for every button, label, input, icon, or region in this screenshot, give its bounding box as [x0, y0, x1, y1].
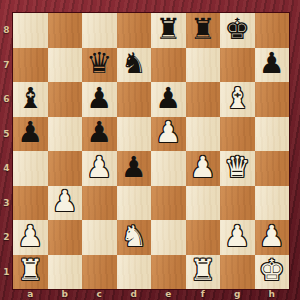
square-d2[interactable]: ♞ [117, 220, 152, 255]
black-pawn-e6: ♟ [155, 84, 181, 113]
square-b7[interactable] [48, 48, 83, 83]
square-g3[interactable] [220, 186, 255, 221]
square-d8[interactable] [117, 13, 152, 48]
rank-labels: 87654321 [0, 13, 13, 289]
white-pawn-c4: ♟ [86, 153, 112, 182]
rank-label-6: 6 [0, 82, 13, 117]
square-c6[interactable]: ♟ [82, 82, 117, 117]
square-a7[interactable] [13, 48, 48, 83]
square-e3[interactable] [151, 186, 186, 221]
black-pawn-h7: ♟ [259, 49, 285, 78]
square-h5[interactable] [255, 117, 290, 152]
black-knight-d7: ♞ [121, 49, 147, 78]
square-d7[interactable]: ♞ [117, 48, 152, 83]
square-e2[interactable] [151, 220, 186, 255]
square-f5[interactable] [186, 117, 221, 152]
rank-label-1: 1 [0, 255, 13, 290]
chessboard-frame: ♜♜♚♛♞♟♝♟♟♝♟♟♟♟♟♟♛♟♟♞♟♟♜♜♚ 87654321 abcde… [0, 0, 300, 300]
white-rook-f1: ♜ [190, 256, 216, 285]
square-a3[interactable] [13, 186, 48, 221]
white-king-h1: ♚ [259, 256, 285, 285]
square-h6[interactable] [255, 82, 290, 117]
square-d4[interactable]: ♟ [117, 151, 152, 186]
black-rook-f8: ♜ [190, 15, 216, 44]
square-c1[interactable] [82, 255, 117, 290]
black-bishop-a6: ♝ [17, 84, 43, 113]
black-king-g8: ♚ [224, 15, 250, 44]
black-pawn-d4: ♟ [121, 153, 147, 182]
square-a1[interactable]: ♜ [13, 255, 48, 290]
black-pawn-c5: ♟ [86, 118, 112, 147]
square-h8[interactable] [255, 13, 290, 48]
square-g5[interactable] [220, 117, 255, 152]
square-a4[interactable] [13, 151, 48, 186]
square-b1[interactable] [48, 255, 83, 290]
white-pawn-g2: ♟ [224, 222, 250, 251]
square-d3[interactable] [117, 186, 152, 221]
file-label-a: a [13, 289, 48, 300]
rank-label-7: 7 [0, 48, 13, 83]
square-d1[interactable] [117, 255, 152, 290]
square-b2[interactable] [48, 220, 83, 255]
square-f8[interactable]: ♜ [186, 13, 221, 48]
square-b6[interactable] [48, 82, 83, 117]
square-g1[interactable] [220, 255, 255, 290]
square-b5[interactable] [48, 117, 83, 152]
square-a2[interactable]: ♟ [13, 220, 48, 255]
white-bishop-g6: ♝ [224, 84, 250, 113]
square-f2[interactable] [186, 220, 221, 255]
square-g7[interactable] [220, 48, 255, 83]
white-rook-a1: ♜ [17, 256, 43, 285]
square-e4[interactable] [151, 151, 186, 186]
white-queen-g4: ♛ [224, 153, 250, 182]
board: ♜♜♚♛♞♟♝♟♟♝♟♟♟♟♟♟♛♟♟♞♟♟♜♜♚ [13, 13, 289, 289]
square-c3[interactable] [82, 186, 117, 221]
square-d5[interactable] [117, 117, 152, 152]
white-knight-d2: ♞ [121, 222, 147, 251]
square-e8[interactable]: ♜ [151, 13, 186, 48]
square-f4[interactable]: ♟ [186, 151, 221, 186]
rank-label-3: 3 [0, 186, 13, 221]
square-b3[interactable]: ♟ [48, 186, 83, 221]
white-pawn-e5: ♟ [155, 118, 181, 147]
rank-label-4: 4 [0, 151, 13, 186]
file-label-c: c [82, 289, 117, 300]
file-label-f: f [186, 289, 221, 300]
black-rook-e8: ♜ [155, 15, 181, 44]
square-f3[interactable] [186, 186, 221, 221]
square-g4[interactable]: ♛ [220, 151, 255, 186]
file-label-b: b [48, 289, 83, 300]
square-e1[interactable] [151, 255, 186, 290]
square-e5[interactable]: ♟ [151, 117, 186, 152]
white-pawn-h2: ♟ [259, 222, 285, 251]
square-e6[interactable]: ♟ [151, 82, 186, 117]
rank-label-8: 8 [0, 13, 13, 48]
black-queen-c7: ♛ [86, 49, 112, 78]
square-a8[interactable] [13, 13, 48, 48]
square-d6[interactable] [117, 82, 152, 117]
square-b4[interactable] [48, 151, 83, 186]
square-f6[interactable] [186, 82, 221, 117]
square-g8[interactable]: ♚ [220, 13, 255, 48]
square-c4[interactable]: ♟ [82, 151, 117, 186]
white-pawn-b3: ♟ [52, 187, 78, 216]
square-c2[interactable] [82, 220, 117, 255]
file-label-g: g [220, 289, 255, 300]
square-b8[interactable] [48, 13, 83, 48]
black-pawn-a5: ♟ [17, 118, 43, 147]
square-f7[interactable] [186, 48, 221, 83]
file-label-e: e [151, 289, 186, 300]
file-label-h: h [255, 289, 290, 300]
square-e7[interactable] [151, 48, 186, 83]
file-labels: abcdefgh [13, 289, 289, 300]
square-a6[interactable]: ♝ [13, 82, 48, 117]
square-h3[interactable] [255, 186, 290, 221]
white-pawn-a2: ♟ [17, 222, 43, 251]
square-c5[interactable]: ♟ [82, 117, 117, 152]
square-h2[interactable]: ♟ [255, 220, 290, 255]
file-label-d: d [117, 289, 152, 300]
square-g2[interactable]: ♟ [220, 220, 255, 255]
rank-label-5: 5 [0, 117, 13, 152]
square-h7[interactable]: ♟ [255, 48, 290, 83]
square-g6[interactable]: ♝ [220, 82, 255, 117]
square-h4[interactable] [255, 151, 290, 186]
square-a5[interactable]: ♟ [13, 117, 48, 152]
square-c7[interactable]: ♛ [82, 48, 117, 83]
rank-label-2: 2 [0, 220, 13, 255]
square-h1[interactable]: ♚ [255, 255, 290, 290]
black-pawn-c6: ♟ [86, 84, 112, 113]
square-c8[interactable] [82, 13, 117, 48]
square-f1[interactable]: ♜ [186, 255, 221, 290]
white-pawn-f4: ♟ [190, 153, 216, 182]
